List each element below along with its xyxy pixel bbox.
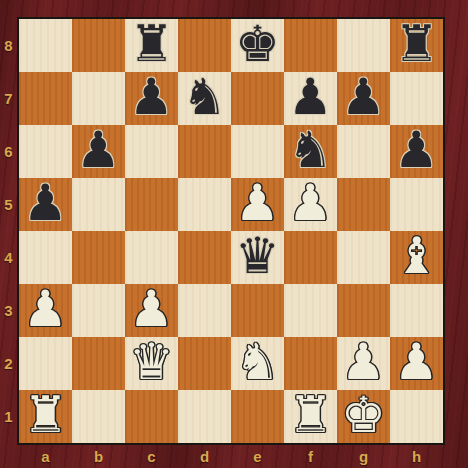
square-a1[interactable]: ♜: [19, 390, 72, 443]
rank-label-6: 6: [0, 125, 17, 178]
piece-white-pawn-g2[interactable]: ♟: [341, 336, 386, 389]
chess-diagram: ♜♚♜♟♞♟♟♟♞♟♟♟♟♛♝♟♟♛♞♟♟♜♜♚ 87654321 abcdef…: [0, 0, 468, 468]
square-h5[interactable]: [390, 178, 443, 231]
file-label-f: f: [284, 445, 337, 468]
file-label-d: d: [178, 445, 231, 468]
file-label-h: h: [390, 445, 443, 468]
rank-label-3: 3: [0, 284, 17, 337]
square-e3[interactable]: [231, 284, 284, 337]
piece-black-queen-e4[interactable]: ♛: [235, 230, 280, 283]
square-d6[interactable]: [178, 125, 231, 178]
square-c8[interactable]: ♜: [125, 19, 178, 72]
square-f8[interactable]: [284, 19, 337, 72]
square-g7[interactable]: ♟: [337, 72, 390, 125]
square-f1[interactable]: ♜: [284, 390, 337, 443]
rank-label-7: 7: [0, 72, 17, 125]
piece-black-pawn-b6[interactable]: ♟: [76, 124, 121, 177]
square-e2[interactable]: ♞: [231, 337, 284, 390]
file-label-c: c: [125, 445, 178, 468]
piece-black-pawn-g7[interactable]: ♟: [341, 71, 386, 124]
piece-white-pawn-a3[interactable]: ♟: [23, 283, 68, 336]
chess-board: ♜♚♜♟♞♟♟♟♞♟♟♟♟♛♝♟♟♛♞♟♟♜♜♚: [19, 19, 443, 443]
piece-white-pawn-h2[interactable]: ♟: [394, 336, 439, 389]
file-label-g: g: [337, 445, 390, 468]
square-a6[interactable]: [19, 125, 72, 178]
square-a4[interactable]: [19, 231, 72, 284]
square-e4[interactable]: ♛: [231, 231, 284, 284]
rank-label-1: 1: [0, 390, 17, 443]
rank-label-5: 5: [0, 178, 17, 231]
square-g3[interactable]: [337, 284, 390, 337]
piece-black-knight-f6[interactable]: ♞: [288, 124, 333, 177]
file-label-b: b: [72, 445, 125, 468]
square-d7[interactable]: ♞: [178, 72, 231, 125]
square-e8[interactable]: ♚: [231, 19, 284, 72]
square-d8[interactable]: [178, 19, 231, 72]
square-g2[interactable]: ♟: [337, 337, 390, 390]
square-h4[interactable]: ♝: [390, 231, 443, 284]
rank-label-4: 4: [0, 231, 17, 284]
piece-white-pawn-c3[interactable]: ♟: [129, 283, 174, 336]
piece-black-rook-h8[interactable]: ♜: [394, 18, 439, 71]
square-d3[interactable]: [178, 284, 231, 337]
square-g4[interactable]: [337, 231, 390, 284]
square-b2[interactable]: [72, 337, 125, 390]
square-e6[interactable]: [231, 125, 284, 178]
piece-black-pawn-f7[interactable]: ♟: [288, 71, 333, 124]
square-h2[interactable]: ♟: [390, 337, 443, 390]
square-d2[interactable]: [178, 337, 231, 390]
piece-white-king-g1[interactable]: ♚: [341, 389, 386, 442]
square-h7[interactable]: [390, 72, 443, 125]
square-f2[interactable]: [284, 337, 337, 390]
piece-white-pawn-e5[interactable]: ♟: [235, 177, 280, 230]
piece-white-bishop-h4[interactable]: ♝: [394, 230, 439, 283]
square-c6[interactable]: [125, 125, 178, 178]
square-g6[interactable]: [337, 125, 390, 178]
board-box: ♜♚♜♟♞♟♟♟♞♟♟♟♟♛♝♟♟♛♞♟♟♜♜♚: [17, 17, 445, 445]
piece-white-knight-e2[interactable]: ♞: [235, 336, 280, 389]
piece-white-queen-c2[interactable]: ♛: [129, 336, 174, 389]
square-c2[interactable]: ♛: [125, 337, 178, 390]
square-e5[interactable]: ♟: [231, 178, 284, 231]
square-b8[interactable]: [72, 19, 125, 72]
square-b5[interactable]: [72, 178, 125, 231]
square-g8[interactable]: [337, 19, 390, 72]
piece-white-rook-a1[interactable]: ♜: [23, 389, 68, 442]
square-h3[interactable]: [390, 284, 443, 337]
piece-black-king-e8[interactable]: ♚: [235, 18, 280, 71]
square-f6[interactable]: ♞: [284, 125, 337, 178]
piece-black-pawn-a5[interactable]: ♟: [23, 177, 68, 230]
board-frame: ♜♚♜♟♞♟♟♟♞♟♟♟♟♛♝♟♟♛♞♟♟♜♜♚ 87654321 abcdef…: [0, 0, 468, 468]
square-a7[interactable]: [19, 72, 72, 125]
square-a5[interactable]: ♟: [19, 178, 72, 231]
rank-label-8: 8: [0, 19, 17, 72]
piece-black-rook-c8[interactable]: ♜: [129, 18, 174, 71]
piece-black-pawn-h6[interactable]: ♟: [394, 124, 439, 177]
square-b7[interactable]: [72, 72, 125, 125]
piece-white-pawn-f5[interactable]: ♟: [288, 177, 333, 230]
file-label-e: e: [231, 445, 284, 468]
square-c4[interactable]: [125, 231, 178, 284]
square-e7[interactable]: [231, 72, 284, 125]
piece-black-pawn-c7[interactable]: ♟: [129, 71, 174, 124]
square-c1[interactable]: [125, 390, 178, 443]
square-e1[interactable]: [231, 390, 284, 443]
square-b3[interactable]: [72, 284, 125, 337]
square-d4[interactable]: [178, 231, 231, 284]
square-g5[interactable]: [337, 178, 390, 231]
square-f7[interactable]: ♟: [284, 72, 337, 125]
square-b6[interactable]: ♟: [72, 125, 125, 178]
square-a3[interactable]: ♟: [19, 284, 72, 337]
square-a8[interactable]: [19, 19, 72, 72]
square-h6[interactable]: ♟: [390, 125, 443, 178]
square-h8[interactable]: ♜: [390, 19, 443, 72]
rank-label-2: 2: [0, 337, 17, 390]
square-c3[interactable]: ♟: [125, 284, 178, 337]
piece-white-rook-f1[interactable]: ♜: [288, 389, 333, 442]
square-d1[interactable]: [178, 390, 231, 443]
square-f3[interactable]: [284, 284, 337, 337]
square-f4[interactable]: [284, 231, 337, 284]
square-h1[interactable]: [390, 390, 443, 443]
file-label-a: a: [19, 445, 72, 468]
square-a2[interactable]: [19, 337, 72, 390]
square-c7[interactable]: ♟: [125, 72, 178, 125]
square-d5[interactable]: [178, 178, 231, 231]
square-b4[interactable]: [72, 231, 125, 284]
square-c5[interactable]: [125, 178, 178, 231]
square-f5[interactable]: ♟: [284, 178, 337, 231]
square-b1[interactable]: [72, 390, 125, 443]
piece-black-knight-d7[interactable]: ♞: [182, 71, 227, 124]
square-g1[interactable]: ♚: [337, 390, 390, 443]
